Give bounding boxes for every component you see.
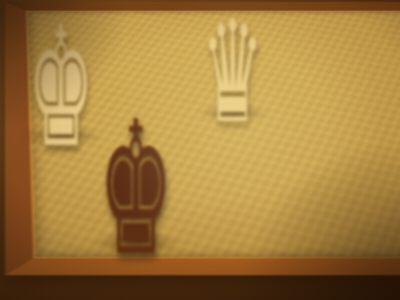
square-c4 — [147, 116, 213, 147]
square-b2 — [96, 181, 165, 217]
square-d8 — [179, 12, 237, 36]
square-b4 — [89, 116, 152, 147]
square-c7 — [133, 35, 191, 60]
square-a6 — [29, 60, 86, 87]
square-b3 — [92, 147, 158, 181]
square-e8 — [230, 12, 290, 36]
square-a7 — [28, 35, 83, 60]
board-grid — [26, 11, 400, 259]
square-d6 — [191, 60, 254, 87]
square-d3 — [213, 147, 284, 181]
square-c5 — [142, 87, 205, 116]
square-a2 — [33, 181, 99, 217]
square-b1 — [100, 217, 172, 257]
square-a5 — [30, 87, 89, 116]
square-a3 — [32, 147, 96, 181]
chess-board — [5, 2, 400, 275]
square-b7 — [81, 35, 138, 60]
square-c6 — [137, 60, 198, 87]
square-c2 — [158, 181, 230, 217]
square-d4 — [205, 116, 273, 147]
chessboard-photo-stage: ♚♛♚ — [0, 0, 400, 300]
square-b5 — [86, 87, 147, 116]
square-c8 — [129, 12, 185, 36]
square-d7 — [185, 35, 245, 60]
square-d5 — [198, 87, 263, 116]
square-c1 — [165, 217, 240, 257]
square-a8 — [28, 12, 81, 36]
square-a4 — [31, 116, 92, 147]
square-c3 — [152, 147, 221, 181]
square-b8 — [78, 12, 133, 36]
square-b6 — [83, 60, 142, 87]
square-a1 — [34, 217, 103, 257]
square-d2 — [221, 181, 295, 217]
